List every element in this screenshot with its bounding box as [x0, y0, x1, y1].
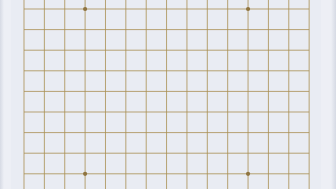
board-grid — [11, 0, 321, 189]
right-side-panel — [321, 0, 336, 189]
star-point — [246, 7, 250, 11]
gomoku-board[interactable] — [11, 0, 321, 189]
gomoku-app-screen — [0, 0, 336, 189]
star-point — [83, 7, 87, 11]
left-side-panel — [0, 0, 11, 189]
star-point — [246, 172, 250, 176]
star-point — [83, 172, 87, 176]
